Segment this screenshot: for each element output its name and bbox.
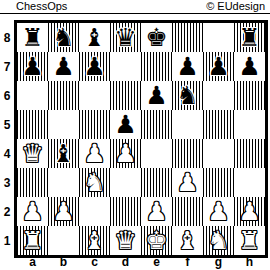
square-h5[interactable] bbox=[234, 110, 265, 139]
rank-label-4: 4 bbox=[0, 139, 14, 168]
square-d5[interactable]: ♟ bbox=[110, 110, 141, 139]
white-bishop[interactable]: ♝ bbox=[83, 226, 105, 255]
white-pawn[interactable]: ♟ bbox=[114, 139, 136, 168]
square-c6[interactable] bbox=[79, 81, 110, 110]
file-label-h: h bbox=[234, 255, 265, 269]
black-pawn[interactable]: ♟ bbox=[52, 52, 74, 81]
square-a4[interactable]: ♛ bbox=[17, 139, 48, 168]
rank-label-6: 6 bbox=[0, 81, 14, 110]
square-h3[interactable] bbox=[234, 168, 265, 197]
white-king[interactable]: ♚ bbox=[145, 226, 167, 255]
square-b2[interactable]: ♟ bbox=[48, 197, 79, 226]
square-f6[interactable]: ♞ bbox=[172, 81, 203, 110]
square-b7[interactable]: ♟ bbox=[48, 52, 79, 81]
square-g7[interactable]: ♟ bbox=[203, 52, 234, 81]
square-f3[interactable]: ♟ bbox=[172, 168, 203, 197]
square-b5[interactable] bbox=[48, 110, 79, 139]
rank-label-1: 1 bbox=[0, 226, 14, 255]
file-label-e: e bbox=[141, 255, 172, 269]
file-labels: abcdefgh bbox=[17, 255, 265, 269]
white-rook[interactable]: ♜ bbox=[238, 226, 260, 255]
file-label-a: a bbox=[17, 255, 48, 269]
square-e6[interactable]: ♟ bbox=[141, 81, 172, 110]
white-knight[interactable]: ♞ bbox=[83, 168, 105, 197]
file-label-d: d bbox=[110, 255, 141, 269]
app-title: ChessOps bbox=[16, 0, 67, 13]
square-e5[interactable] bbox=[141, 110, 172, 139]
white-knight[interactable]: ♞ bbox=[207, 226, 229, 255]
square-a8[interactable]: ♜ bbox=[17, 23, 48, 52]
black-pawn[interactable]: ♟ bbox=[21, 52, 43, 81]
square-b6[interactable] bbox=[48, 81, 79, 110]
chess-board[interactable]: ♜♞♝♛♚♜♟♟♟♟♟♟♟♞♟♛♝♟♟♞♟♟♟♟♟♟♜♝♛♚♝♞♜ bbox=[14, 20, 268, 258]
file-label-g: g bbox=[203, 255, 234, 269]
square-f4[interactable] bbox=[172, 139, 203, 168]
black-knight[interactable]: ♞ bbox=[176, 81, 198, 110]
square-f2[interactable] bbox=[172, 197, 203, 226]
square-h1[interactable]: ♜ bbox=[234, 226, 265, 255]
square-d3[interactable] bbox=[110, 168, 141, 197]
file-label-f: f bbox=[172, 255, 203, 269]
square-h6[interactable] bbox=[234, 81, 265, 110]
square-a7[interactable]: ♟ bbox=[17, 52, 48, 81]
square-g2[interactable]: ♟ bbox=[203, 197, 234, 226]
credit-text: © EUdesign bbox=[206, 0, 265, 13]
square-d8[interactable]: ♛ bbox=[110, 23, 141, 52]
square-b1[interactable] bbox=[48, 226, 79, 255]
square-f7[interactable]: ♟ bbox=[172, 52, 203, 81]
square-h7[interactable]: ♟ bbox=[234, 52, 265, 81]
square-g8[interactable] bbox=[203, 23, 234, 52]
white-pawn[interactable]: ♟ bbox=[21, 197, 43, 226]
square-a6[interactable] bbox=[17, 81, 48, 110]
square-c7[interactable]: ♟ bbox=[79, 52, 110, 81]
square-h2[interactable]: ♟ bbox=[234, 197, 265, 226]
black-pawn[interactable]: ♟ bbox=[83, 52, 105, 81]
title-bar: ChessOps © EUdesign bbox=[0, 0, 270, 14]
black-bishop[interactable]: ♝ bbox=[52, 139, 74, 168]
square-c5[interactable] bbox=[79, 110, 110, 139]
square-f8[interactable] bbox=[172, 23, 203, 52]
square-e3[interactable] bbox=[141, 168, 172, 197]
square-d6[interactable] bbox=[110, 81, 141, 110]
white-rook[interactable]: ♜ bbox=[21, 226, 43, 255]
white-pawn[interactable]: ♟ bbox=[145, 197, 167, 226]
square-e4[interactable] bbox=[141, 139, 172, 168]
square-c2[interactable] bbox=[79, 197, 110, 226]
black-rook[interactable]: ♜ bbox=[21, 23, 43, 52]
square-d1[interactable]: ♛ bbox=[110, 226, 141, 255]
square-b4[interactable]: ♝ bbox=[48, 139, 79, 168]
square-g5[interactable] bbox=[203, 110, 234, 139]
square-e7[interactable] bbox=[141, 52, 172, 81]
rank-label-7: 7 bbox=[0, 52, 14, 81]
square-b8[interactable]: ♞ bbox=[48, 23, 79, 52]
square-d4[interactable]: ♟ bbox=[110, 139, 141, 168]
rank-labels: 87654321 bbox=[0, 23, 14, 255]
black-king[interactable]: ♚ bbox=[145, 23, 167, 52]
file-label-c: c bbox=[79, 255, 110, 269]
square-e1[interactable]: ♚ bbox=[141, 226, 172, 255]
black-pawn[interactable]: ♟ bbox=[114, 110, 136, 139]
white-pawn[interactable]: ♟ bbox=[83, 139, 105, 168]
square-g3[interactable] bbox=[203, 168, 234, 197]
black-bishop[interactable]: ♝ bbox=[83, 23, 105, 52]
black-pawn[interactable]: ♟ bbox=[176, 52, 198, 81]
white-pawn[interactable]: ♟ bbox=[176, 168, 198, 197]
square-d2[interactable] bbox=[110, 197, 141, 226]
white-queen[interactable]: ♛ bbox=[21, 139, 43, 168]
square-a5[interactable] bbox=[17, 110, 48, 139]
rank-label-5: 5 bbox=[0, 110, 14, 139]
rank-label-8: 8 bbox=[0, 23, 14, 52]
white-queen[interactable]: ♛ bbox=[114, 226, 136, 255]
black-pawn[interactable]: ♟ bbox=[238, 52, 260, 81]
square-e2[interactable]: ♟ bbox=[141, 197, 172, 226]
square-a1[interactable]: ♜ bbox=[17, 226, 48, 255]
square-c1[interactable]: ♝ bbox=[79, 226, 110, 255]
square-a2[interactable]: ♟ bbox=[17, 197, 48, 226]
black-knight[interactable]: ♞ bbox=[52, 23, 74, 52]
square-e8[interactable]: ♚ bbox=[141, 23, 172, 52]
black-pawn[interactable]: ♟ bbox=[145, 81, 167, 110]
file-label-b: b bbox=[48, 255, 79, 269]
white-pawn[interactable]: ♟ bbox=[207, 197, 229, 226]
square-c4[interactable]: ♟ bbox=[79, 139, 110, 168]
black-queen[interactable]: ♛ bbox=[114, 23, 136, 52]
square-b3[interactable] bbox=[48, 168, 79, 197]
square-f5[interactable] bbox=[172, 110, 203, 139]
white-bishop[interactable]: ♝ bbox=[176, 226, 198, 255]
square-g6[interactable] bbox=[203, 81, 234, 110]
black-rook[interactable]: ♜ bbox=[238, 23, 260, 52]
black-pawn[interactable]: ♟ bbox=[207, 52, 229, 81]
square-g1[interactable]: ♞ bbox=[203, 226, 234, 255]
square-h4[interactable] bbox=[234, 139, 265, 168]
rank-label-3: 3 bbox=[0, 168, 14, 197]
square-d7[interactable] bbox=[110, 52, 141, 81]
square-c8[interactable]: ♝ bbox=[79, 23, 110, 52]
square-c3[interactable]: ♞ bbox=[79, 168, 110, 197]
square-f1[interactable]: ♝ bbox=[172, 226, 203, 255]
square-g4[interactable] bbox=[203, 139, 234, 168]
rank-label-2: 2 bbox=[0, 197, 14, 226]
white-pawn[interactable]: ♟ bbox=[52, 197, 74, 226]
white-pawn[interactable]: ♟ bbox=[238, 197, 260, 226]
square-h8[interactable]: ♜ bbox=[234, 23, 265, 52]
square-a3[interactable] bbox=[17, 168, 48, 197]
